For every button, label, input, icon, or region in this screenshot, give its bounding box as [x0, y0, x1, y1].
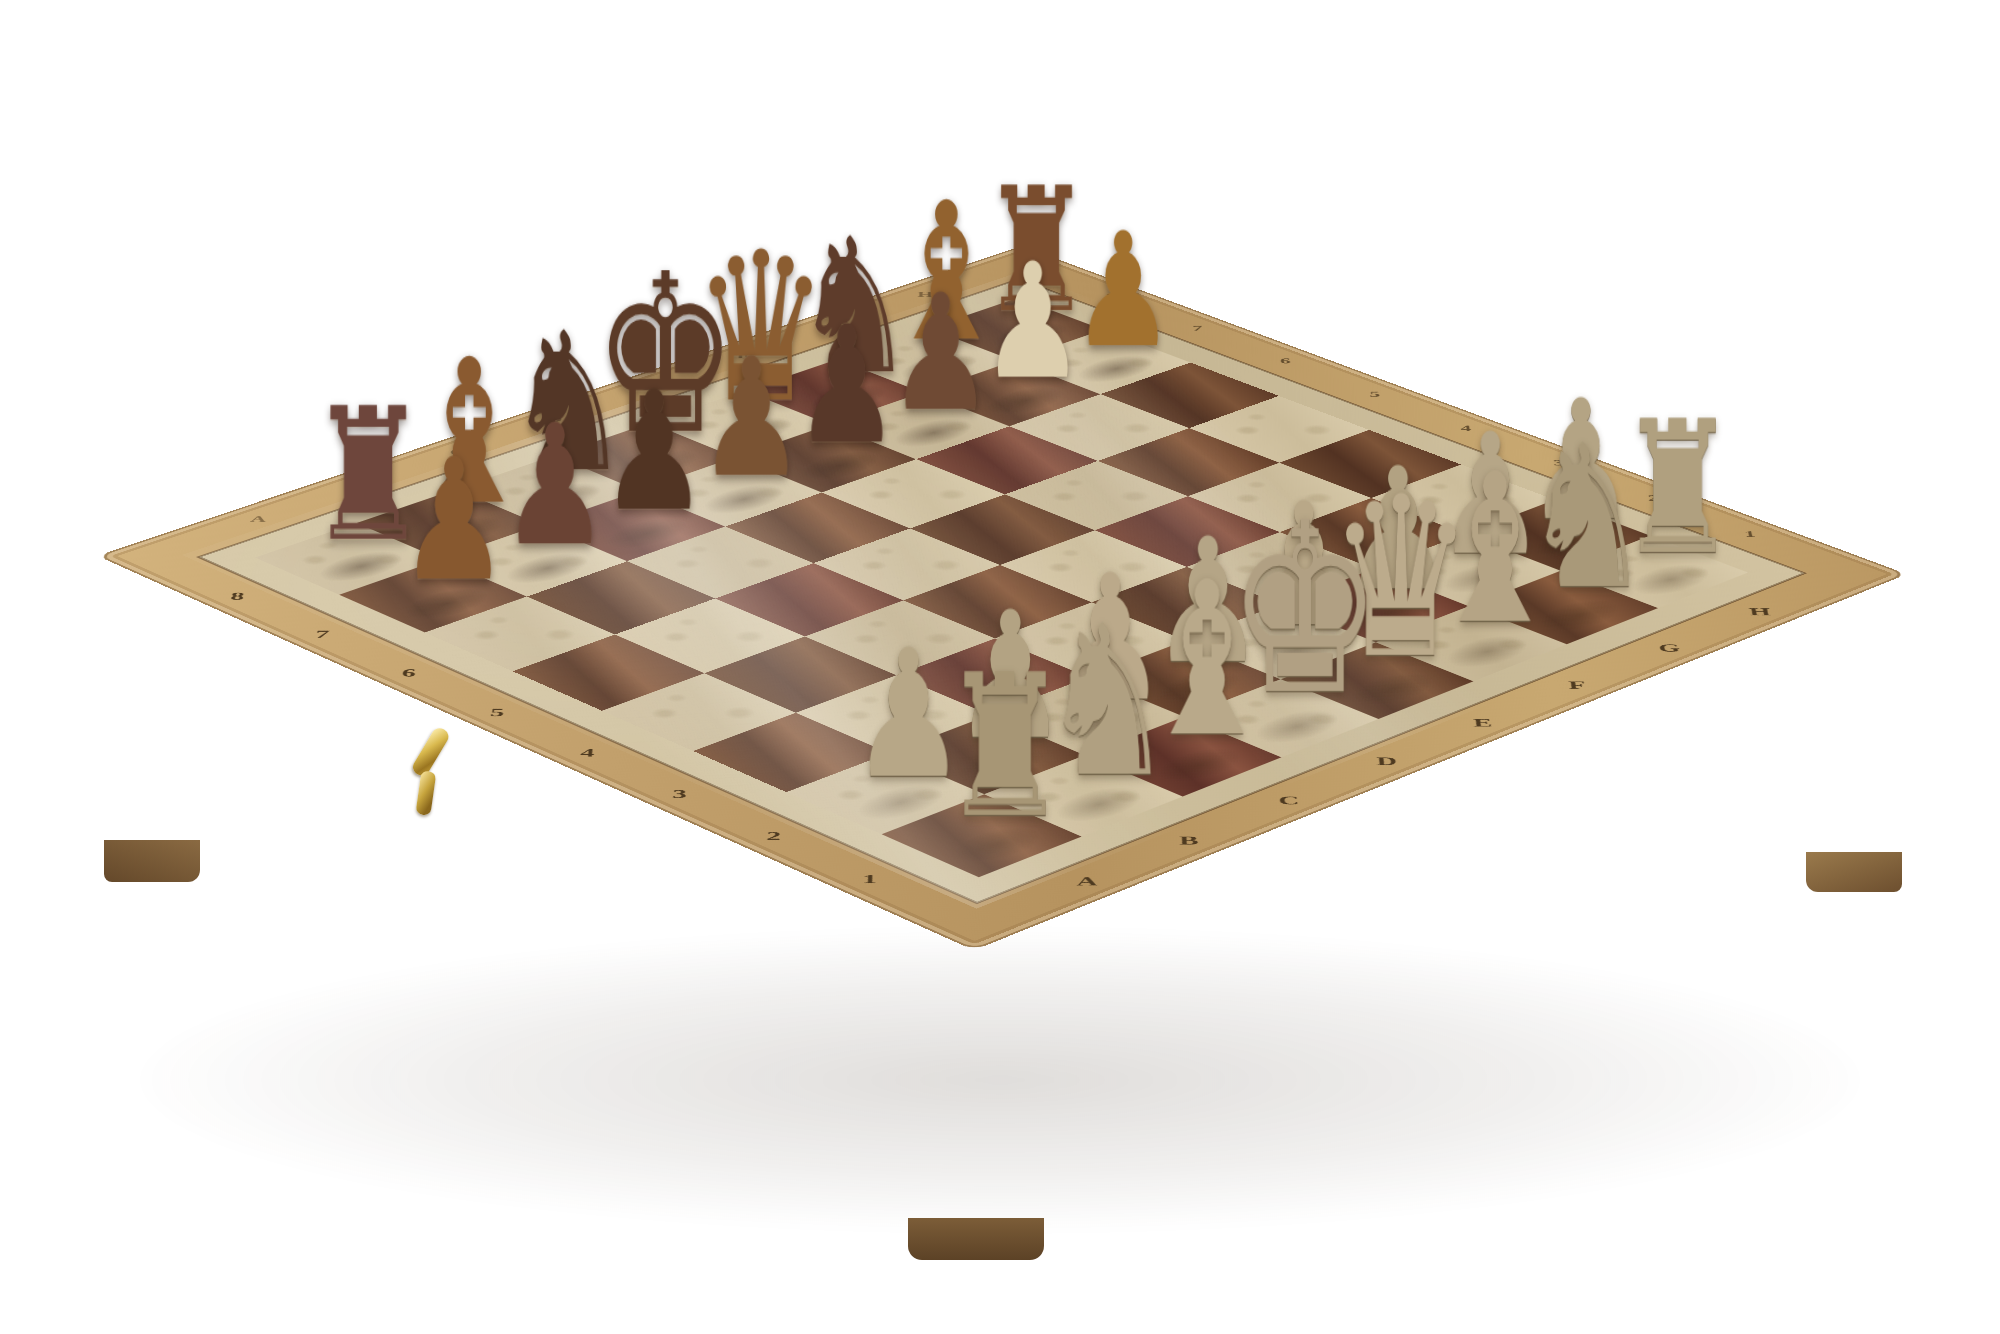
chess-board: ♜♝♞♚♛♞♝♜♟♟♟♟♟♟♟♟♟♟♟♟♟♟♟♟♜♞♝♚♛♝♞♜ ABCDEFG… [97, 246, 1907, 950]
rank-label-right-7: 7 [1192, 324, 1203, 333]
file-label-back-F: F [736, 351, 749, 360]
rank-label-left-6: 6 [401, 667, 417, 680]
piece-black-pawn-a7[interactable]: ♟ [399, 436, 509, 604]
rank-label-right-8: 8 [1106, 292, 1116, 301]
rank-label-right-5: 5 [1369, 390, 1380, 399]
file-label-front-H: H [1748, 606, 1773, 618]
rank-label-right-1: 1 [1743, 529, 1756, 539]
rank-label-left-8: 8 [229, 590, 245, 602]
scene: ♜♝♞♚♛♞♝♜♟♟♟♟♟♟♟♟♟♟♟♟♟♟♟♟♜♞♝♚♛♝♞♜ ABCDEFG… [0, 0, 2000, 1334]
piece-black-pawn-e7[interactable]: ♟ [794, 305, 900, 467]
rank-label-left-2: 2 [766, 829, 781, 843]
rank-label-left-4: 4 [580, 746, 596, 759]
file-label-front-D: D [1376, 755, 1399, 768]
file-label-front-G: G [1657, 642, 1682, 655]
rank-label-left-1: 1 [862, 872, 877, 886]
rank-label-left-3: 3 [672, 787, 687, 800]
file-label-back-G: G [827, 320, 843, 329]
file-label-back-H: H [917, 290, 933, 299]
rank-label-right-6: 6 [1280, 357, 1291, 366]
file-label-back-E: E [642, 383, 657, 392]
rank-label-left-5: 5 [489, 706, 505, 719]
file-label-front-E: E [1473, 716, 1494, 729]
piece-black-pawn-f7[interactable]: ♟ [888, 273, 993, 434]
file-label-front-C: C [1278, 794, 1301, 808]
rank-label-left-7: 7 [314, 628, 330, 640]
piece-black-pawn-b7[interactable]: ♟ [500, 403, 609, 570]
piece-black-pawn-c7[interactable]: ♟ [600, 369, 708, 534]
piece-black-pawn-d7[interactable]: ♟ [698, 337, 805, 501]
file-label-front-F: F [1567, 679, 1587, 692]
file-label-front-B: B [1179, 834, 1200, 848]
file-label-front-A: A [1076, 875, 1099, 889]
studio-photo-stage: ♜♝♞♚♛♞♝♜♟♟♟♟♟♟♟♟♟♟♟♟♟♟♟♟♜♞♝♚♛♝♞♜ ABCDEFG… [0, 0, 2000, 1334]
piece-black-pawn-g7[interactable]: ♟ [980, 242, 1084, 401]
piece-white-rook-a1[interactable]: ♜ [940, 648, 1069, 845]
board-grid: ♜♝♞♚♛♞♝♜♟♟♟♟♟♟♟♟♟♟♟♟♟♟♟♟♜♞♝♚♛♝♞♜ [255, 298, 1748, 878]
file-label-back-A: A [250, 514, 268, 524]
piece-black-pawn-h7[interactable]: ♟ [1071, 212, 1174, 370]
